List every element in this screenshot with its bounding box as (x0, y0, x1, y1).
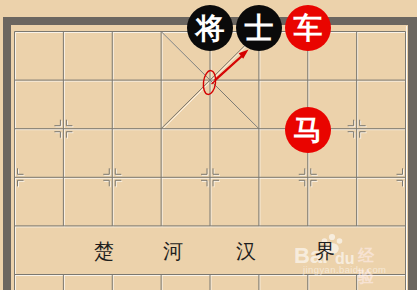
piece-red-horse[interactable]: 马 (285, 107, 331, 153)
xiangqi-diagram: 楚 河 汉 界 Bai du 经验 jingyan.baidu.com 将士车马 (0, 0, 417, 290)
watermark-url: jingyan.baidu.com (303, 264, 386, 275)
piece-red-chariot[interactable]: 车 (285, 5, 331, 51)
river-label-han: 汉 (235, 239, 257, 263)
piece-black-advisor[interactable]: 士 (236, 5, 282, 51)
piece-black-general[interactable]: 将 (187, 5, 233, 51)
river-label-jie: 界 (314, 239, 336, 263)
river-label-he: 河 (162, 239, 184, 263)
river-label-chu: 楚 (93, 239, 115, 263)
